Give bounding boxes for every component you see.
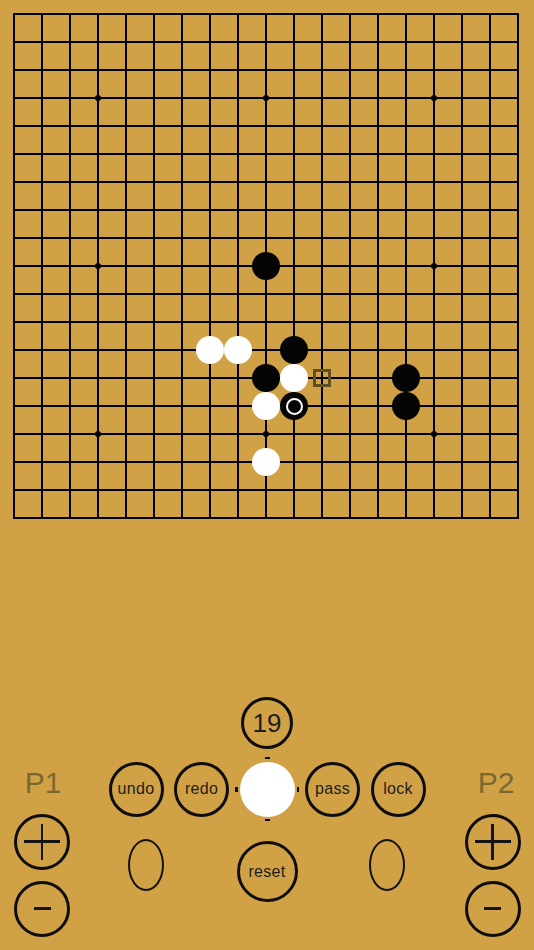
redo-button[interactable]: redo (174, 762, 229, 817)
undo-label: undo (118, 780, 155, 798)
player2-increment-button[interactable] (465, 814, 521, 870)
go-app-screen: 19 undo redo pass lock reset P1 P2 (0, 0, 534, 950)
player1-increment-button[interactable] (14, 814, 70, 870)
reset-button[interactable]: reset (237, 841, 298, 902)
player2-label: P2 (453, 766, 534, 800)
turn-indicator-tick-top (265, 757, 270, 760)
redo-label: redo (185, 780, 218, 798)
pass-button[interactable]: pass (305, 762, 360, 817)
board-size-button[interactable]: 19 (241, 697, 293, 749)
minus-icon (34, 907, 51, 910)
turn-indicator-white-stone[interactable] (240, 762, 295, 817)
plus-icon (491, 824, 494, 860)
player1-decrement-button[interactable] (14, 881, 70, 937)
stone-white-J7 (224, 336, 252, 364)
stone-white-K5 (252, 392, 280, 420)
stone-white-L6 (280, 364, 308, 392)
lock-label: lock (383, 780, 413, 798)
square-marker (313, 369, 331, 387)
board-size-label: 19 (253, 708, 282, 739)
undo-button[interactable]: undo (109, 762, 164, 817)
reset-label: reset (248, 863, 285, 881)
stone-black-L5 (280, 392, 308, 420)
board-intersections[interactable] (0, 0, 532, 532)
stone-white-H7 (196, 336, 224, 364)
plus-icon (41, 824, 44, 860)
last-move-marker (286, 398, 303, 415)
minus-icon (484, 907, 501, 910)
player2-capture-counter (369, 839, 405, 891)
stone-black-K6 (252, 364, 280, 392)
turn-indicator-tick-right (297, 787, 300, 792)
player1-capture-counter (128, 839, 164, 891)
lock-button[interactable]: lock (371, 762, 426, 817)
stone-black-P6 (392, 364, 420, 392)
go-board (0, 0, 534, 532)
player2-decrement-button[interactable] (465, 881, 521, 937)
stone-black-K10 (252, 252, 280, 280)
pass-label: pass (315, 780, 350, 798)
stone-white-K3 (252, 448, 280, 476)
stone-black-L7 (280, 336, 308, 364)
player1-label: P1 (0, 766, 86, 800)
stone-black-P5 (392, 392, 420, 420)
turn-indicator-tick-bottom (265, 819, 270, 822)
turn-indicator-tick-left (235, 787, 238, 792)
